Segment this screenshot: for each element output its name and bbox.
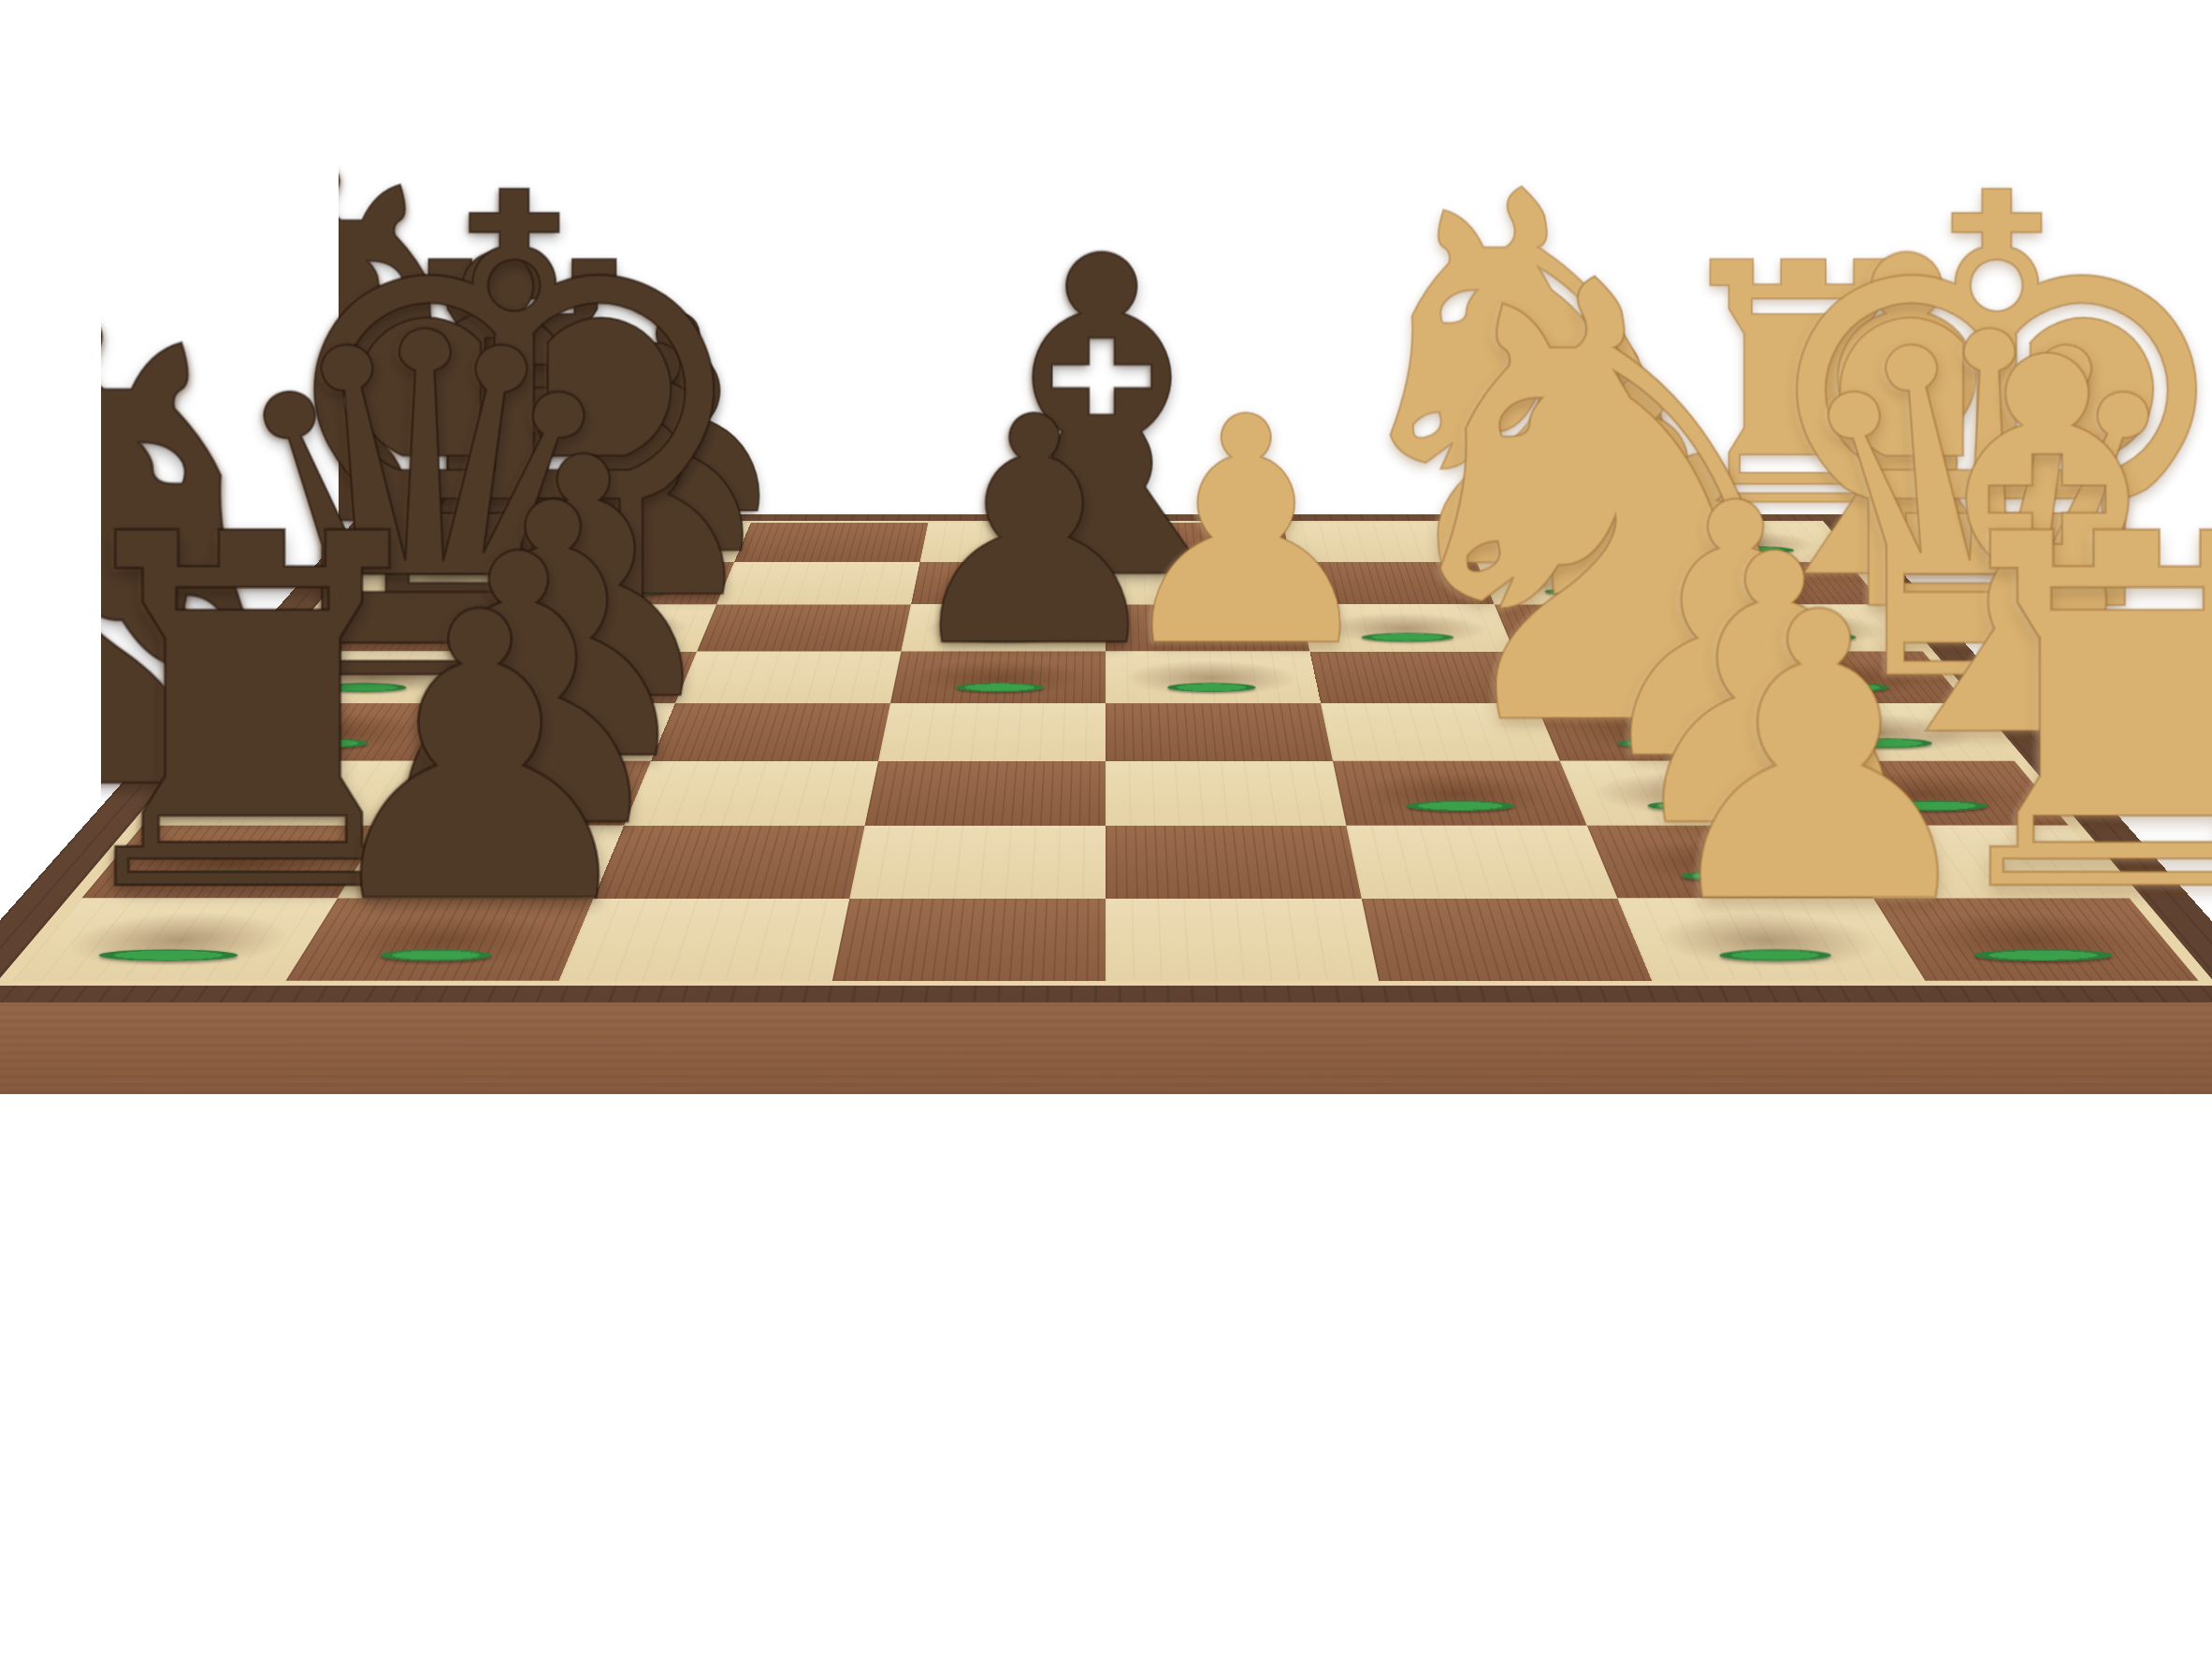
square-a3 [1362,899,1653,981]
piece-shadow [308,612,506,642]
piece-shadow [1639,911,1900,965]
piece-shadow [1736,659,1945,694]
square-a6 [559,899,850,981]
square-e5: ♟ [890,652,1106,703]
piece-shadow [1553,712,1767,750]
square-e4: ♟ [1106,652,1321,703]
square-c5 [865,761,1106,826]
felt-base [98,949,238,961]
square-h3 [1283,523,1477,562]
piece-shadow [108,837,362,885]
piece-white-pawn-h2: ♟ [1471,284,1655,550]
square-a2: ♟ [1617,899,1925,981]
square-d7: ♟ [424,703,675,761]
piece-black-rook-h8: ♜ [373,223,557,550]
square-g5 [911,562,1106,605]
square-g6 [716,562,919,605]
square-c6 [624,761,878,826]
square-f3: ♞ [1300,604,1514,651]
piece-black-pawn-h7: ♟ [557,284,740,550]
square-f1: ♝ [1689,604,1923,651]
black-knight-icon: ♞ [339,110,530,591]
felt-base [1719,949,1831,961]
square-f7: ♟ [493,604,716,651]
board-scene: ♜♟♟♜♞♟♟♝♟♝♞♟♝♚♟♟♚♛♟♟♛♟♞♟♝♞♟♟♜♟♟♜ [0,0,2212,1658]
piece-shadow [511,612,702,642]
square-e2 [1514,652,1751,703]
square-d2: ♟ [1536,703,1787,761]
square-h6 [734,523,928,562]
chess-board: ♜♟♟♜♞♟♟♝♟♝♞♟♝♚♟♟♚♛♟♟♛♟♞♟♝♞♟♟♜♟♟♜ [0,514,2212,1002]
piece-shadow [405,771,633,813]
square-b7: ♟ [338,826,624,899]
board-front-edge [0,1002,2212,1094]
square-g4 [1106,562,1300,605]
square-d4 [1106,703,1333,761]
square-f5: ♝ [902,604,1106,651]
square-d8: ♛ [196,703,460,761]
square-f4 [1106,604,1309,651]
square-b2: ♟ [1587,826,1873,899]
piece-shadow [564,529,737,555]
square-b4 [1106,826,1362,899]
square-e1: ♚ [1718,652,1966,703]
piece-shadow [1653,529,1831,555]
square-g2: ♟ [1477,562,1689,605]
piece-shadow [1118,659,1306,694]
square-f8: ♝ [288,604,522,651]
piece-shadow [1349,771,1568,813]
piece-shadow [42,911,314,965]
piece-shadow [444,712,658,750]
piece-shadow [1705,612,1903,642]
square-b3 [1346,826,1617,899]
square-d3 [1321,703,1560,761]
square-c7: ♟ [383,761,651,826]
square-h4 [1106,523,1291,562]
square-g3 [1291,562,1494,605]
piece-shadow [1897,911,2169,965]
piece-shadow [219,712,441,750]
felt-base [1973,949,2113,961]
square-g8: ♞ [327,562,549,605]
piece-shadow [1606,837,1849,885]
white-pawn-icon: ♟ [1471,284,1655,550]
square-g1 [1662,562,1884,605]
square-h5 [920,523,1106,562]
piece-shadow [266,659,475,694]
black-pawn-icon: ♟ [557,284,740,550]
square-f6 [697,604,911,651]
square-h8: ♜ [363,523,572,562]
piece-shadow [1510,612,1701,642]
piece-shadow [1770,712,1992,750]
square-h2: ♟ [1460,523,1662,562]
piece-shadow [1474,529,1647,555]
square-d5 [878,703,1106,761]
piece-black-knight-g8: ♞ [339,110,530,591]
square-h7: ♟ [549,523,751,562]
board-squares: ♜♟♟♜♞♟♟♝♟♝♞♟♝♚♟♟♚♛♟♟♛♟♞♟♝♞♟♟♜♟♟♜ [12,523,2198,980]
piece-white-rook-h1: ♜ [1655,223,1838,550]
piece-shadow [1807,771,2044,813]
square-e6 [675,652,902,703]
square-e7 [460,652,697,703]
piece-shadow [361,837,604,885]
square-b6 [594,826,865,899]
square-b5 [849,826,1106,899]
square-h1: ♜ [1638,523,1847,562]
square-c2: ♟ [1560,761,1828,826]
white-rook-icon: ♜ [1655,223,1838,550]
piece-shadow [381,529,559,555]
felt-base [380,949,492,961]
piece-shadow [916,612,1094,642]
piece-shadow [905,659,1093,694]
square-a5 [832,899,1106,981]
piece-shadow [1578,771,1806,813]
square-c3: ♞ [1333,761,1587,826]
square-c4 [1106,761,1346,826]
piece-shadow [311,911,572,965]
square-d6 [651,703,890,761]
piece-shadow [1313,612,1498,642]
square-e3 [1309,652,1536,703]
square-a4 [1106,899,1379,981]
square-a7: ♟ [286,899,594,981]
black-rook-icon: ♜ [373,223,557,550]
square-g7: ♟ [522,562,734,605]
square-e8: ♚ [245,652,493,703]
square-f2: ♟ [1495,604,1718,651]
